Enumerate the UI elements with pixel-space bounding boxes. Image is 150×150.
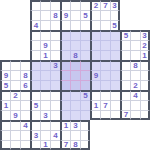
given-digit-r9c14[interactable]: 2 (130, 80, 140, 90)
cell-r10c11[interactable] (100, 90, 110, 100)
given-digit-r15c5[interactable]: 1 (40, 140, 50, 150)
cell-r5c11[interactable] (100, 40, 110, 50)
cell-r5c14[interactable] (130, 40, 140, 50)
cell-r2c8[interactable] (70, 10, 80, 20)
cell-r11c5[interactable] (40, 100, 50, 110)
cell-r12c10[interactable] (90, 110, 100, 120)
cell-r3c9[interactable] (80, 20, 90, 30)
cell-r9c8[interactable] (70, 80, 80, 90)
cell-r10c4[interactable] (30, 90, 40, 100)
given-digit-r12c13[interactable]: 7 (120, 110, 130, 120)
cell-r4c8[interactable] (70, 30, 80, 40)
cell-r6c12[interactable] (110, 50, 120, 60)
cell-r12c14[interactable] (130, 110, 140, 120)
cell-r5c12[interactable] (110, 40, 120, 50)
cell-r5c4[interactable] (30, 40, 40, 50)
cell-r6c7[interactable] (60, 50, 70, 60)
cell-r9c5[interactable] (40, 80, 50, 90)
given-digit-r13c8[interactable]: 3 (70, 120, 80, 130)
cell-r3c8[interactable] (70, 20, 80, 30)
cell-r8c15[interactable] (140, 70, 150, 80)
cell-r8c9[interactable] (80, 70, 90, 80)
void-cell (0, 0, 10, 10)
void-cell (130, 10, 140, 20)
void-cell (130, 0, 140, 10)
cell-r5c7[interactable] (60, 40, 70, 50)
cell-r9c6[interactable] (50, 80, 60, 90)
void-cell (130, 140, 140, 150)
void-cell (100, 130, 110, 140)
cell-r13c4[interactable] (30, 120, 40, 130)
cell-r9c12[interactable] (110, 80, 120, 90)
void-cell (0, 10, 10, 20)
given-digit-r3c12[interactable]: 5 (110, 20, 120, 30)
void-cell (20, 40, 30, 50)
given-digit-r2c9[interactable]: 5 (80, 10, 90, 20)
void-cell (10, 20, 20, 30)
given-digit-r15c7[interactable]: 7 (60, 140, 70, 150)
given-digit-r8c1[interactable]: 9 (0, 70, 10, 80)
cell-r14c2[interactable] (10, 130, 20, 140)
cell-r4c5[interactable] (40, 30, 50, 40)
cell-r13c2[interactable] (10, 120, 20, 130)
cell-r9c13[interactable] (120, 80, 130, 90)
cell-r14c9[interactable] (80, 130, 90, 140)
void-cell (110, 130, 120, 140)
cell-r4c4[interactable] (30, 30, 40, 40)
cell-r15c4[interactable] (30, 140, 40, 150)
given-digit-r10c9[interactable]: 5 (80, 90, 90, 100)
cell-r6c11[interactable] (100, 50, 110, 60)
cell-r14c5[interactable] (40, 130, 50, 140)
cell-r4c9[interactable] (80, 30, 90, 40)
given-digit-r10c2[interactable]: 2 (10, 90, 20, 100)
cell-r10c13[interactable] (120, 90, 130, 100)
cell-r7c2[interactable] (10, 60, 20, 70)
cell-r7c1[interactable] (0, 60, 10, 70)
cell-r7c4[interactable] (30, 60, 40, 70)
gattai3-sudoku-board: 2738954553921813898956225415179374133417… (0, 0, 150, 150)
given-digit-r3c4[interactable]: 4 (30, 20, 40, 30)
cell-r10c15[interactable] (140, 90, 150, 100)
void-cell (0, 40, 10, 50)
given-digit-r4c15[interactable]: 3 (140, 30, 150, 40)
given-digit-r14c4[interactable]: 3 (30, 130, 40, 140)
cell-r12c9[interactable] (80, 110, 90, 120)
void-cell (10, 40, 20, 50)
cell-r1c8[interactable] (70, 0, 80, 10)
given-digit-r11c1[interactable]: 1 (0, 100, 10, 110)
given-digit-r11c4[interactable]: 5 (30, 100, 40, 110)
cell-r11c12[interactable] (110, 100, 120, 110)
void-cell (130, 20, 140, 30)
cell-r6c6[interactable] (50, 50, 60, 60)
cell-r10c5[interactable] (40, 90, 50, 100)
cell-r4c11[interactable] (100, 30, 110, 40)
cell-r11c8[interactable] (70, 100, 80, 110)
given-digit-r6c5[interactable]: 1 (40, 50, 50, 60)
void-cell (120, 140, 130, 150)
given-digit-r4c13[interactable]: 5 (120, 30, 130, 40)
void-cell (140, 130, 150, 140)
cell-r4c12[interactable] (110, 30, 120, 40)
cell-r11c6[interactable] (50, 100, 60, 110)
void-cell (130, 130, 140, 140)
given-digit-r11c11[interactable]: 7 (100, 100, 110, 110)
void-cell (10, 50, 20, 60)
cell-r11c3[interactable] (20, 100, 30, 110)
void-cell (10, 10, 20, 20)
void-cell (90, 140, 100, 150)
cell-r3c5[interactable] (40, 20, 50, 30)
given-digit-r14c6[interactable]: 4 (50, 130, 60, 140)
given-digit-r6c15[interactable]: 1 (140, 50, 150, 60)
given-digit-r9c1[interactable]: 5 (0, 80, 10, 90)
cell-r7c9[interactable] (80, 60, 90, 70)
cell-r4c7[interactable] (60, 30, 70, 40)
cell-r11c15[interactable] (140, 100, 150, 110)
void-cell (10, 30, 20, 40)
cell-r13c6[interactable] (50, 120, 60, 130)
cell-r12c7[interactable] (60, 110, 70, 120)
cell-r10c3[interactable] (20, 90, 30, 100)
cell-r6c14[interactable] (130, 50, 140, 60)
cell-r15c6[interactable] (50, 140, 60, 150)
cell-r10c1[interactable] (0, 90, 10, 100)
cell-r7c5[interactable] (40, 60, 50, 70)
cell-r10c8[interactable] (70, 90, 80, 100)
cell-r1c6[interactable] (50, 0, 60, 10)
void-cell (20, 20, 30, 30)
void-cell (120, 20, 130, 30)
cell-r1c7[interactable] (60, 0, 70, 10)
cell-r8c6[interactable] (50, 70, 60, 80)
cell-r3c6[interactable] (50, 20, 60, 30)
cell-r13c9[interactable] (80, 120, 90, 130)
cell-r6c4[interactable] (30, 50, 40, 60)
cell-r10c6[interactable] (50, 90, 60, 100)
void-cell (0, 50, 10, 60)
given-digit-r7c14[interactable]: 8 (130, 60, 140, 70)
void-cell (140, 10, 150, 20)
cell-r3c7[interactable] (60, 20, 70, 30)
cell-r11c13[interactable] (120, 100, 130, 110)
given-digit-r8c10[interactable]: 9 (90, 70, 100, 80)
cell-r1c5[interactable] (40, 0, 50, 10)
cell-r11c14[interactable] (130, 100, 140, 110)
cell-r12c8[interactable] (70, 110, 80, 120)
cell-r2c4[interactable] (30, 10, 40, 20)
void-cell (140, 20, 150, 30)
cell-r14c8[interactable] (70, 130, 80, 140)
cell-r10c10[interactable] (90, 90, 100, 100)
cell-r13c5[interactable] (40, 120, 50, 130)
cell-r2c5[interactable] (40, 10, 50, 20)
given-digit-r1c10[interactable]: 2 (90, 0, 100, 10)
void-cell (100, 140, 110, 150)
cell-r12c12[interactable] (110, 110, 120, 120)
given-digit-r5c5[interactable]: 9 (40, 40, 50, 50)
void-cell (120, 10, 130, 20)
cell-r14c3[interactable] (20, 130, 30, 140)
cell-r6c13[interactable] (120, 50, 130, 60)
cell-r15c9[interactable] (80, 140, 90, 150)
cell-r12c1[interactable] (0, 110, 10, 120)
cell-r8c2[interactable] (10, 70, 20, 80)
cell-r5c8[interactable] (70, 40, 80, 50)
cell-r11c7[interactable] (60, 100, 70, 110)
cell-r7c7[interactable] (60, 60, 70, 70)
void-cell (20, 10, 30, 20)
given-digit-r11c10[interactable]: 1 (90, 100, 100, 110)
cell-r8c7[interactable] (60, 70, 70, 80)
void-cell (140, 140, 150, 150)
cell-r5c9[interactable] (80, 40, 90, 50)
void-cell (0, 30, 10, 40)
void-cell (120, 130, 130, 140)
given-digit-r6c8[interactable]: 8 (70, 50, 80, 60)
cell-r7c13[interactable] (120, 60, 130, 70)
given-digit-r7c6[interactable]: 3 (50, 60, 60, 70)
given-digit-r15c8[interactable]: 8 (70, 140, 80, 150)
cell-r4c14[interactable] (130, 30, 140, 40)
cell-r3c10[interactable] (90, 20, 100, 30)
given-digit-r2c7[interactable]: 9 (60, 10, 70, 20)
cell-r7c10[interactable] (90, 60, 100, 70)
void-cell (100, 120, 110, 130)
given-digit-r5c15[interactable]: 2 (140, 40, 150, 50)
given-digit-r10c14[interactable]: 4 (130, 90, 140, 100)
cell-r5c10[interactable] (90, 40, 100, 50)
cell-r11c2[interactable] (10, 100, 20, 110)
cell-r8c4[interactable] (30, 70, 40, 80)
given-digit-r1c12[interactable]: 3 (110, 0, 120, 10)
cell-r8c14[interactable] (130, 70, 140, 80)
cell-r8c8[interactable] (70, 70, 80, 80)
given-digit-r12c5[interactable]: 3 (40, 110, 50, 120)
cell-r15c3[interactable] (20, 140, 30, 150)
void-cell (120, 0, 130, 10)
void-cell (20, 0, 30, 10)
cell-r7c11[interactable] (100, 60, 110, 70)
given-digit-r8c3[interactable]: 8 (20, 70, 30, 80)
cell-r9c11[interactable] (100, 80, 110, 90)
cell-r6c10[interactable] (90, 50, 100, 60)
given-digit-r12c2[interactable]: 9 (10, 110, 20, 120)
void-cell (20, 50, 30, 60)
cell-r9c2[interactable] (10, 80, 20, 90)
void-cell (140, 0, 150, 10)
cell-r10c7[interactable] (60, 90, 70, 100)
given-digit-r13c3[interactable]: 4 (20, 120, 30, 130)
cell-r14c7[interactable] (60, 130, 70, 140)
cell-r2c12[interactable] (110, 10, 120, 20)
cell-r7c15[interactable] (140, 60, 150, 70)
cell-r10c12[interactable] (110, 90, 120, 100)
cell-r2c10[interactable] (90, 10, 100, 20)
cell-r7c12[interactable] (110, 60, 120, 70)
given-digit-r13c7[interactable]: 1 (60, 120, 70, 130)
cell-r9c4[interactable] (30, 80, 40, 90)
void-cell (10, 0, 20, 10)
cell-r8c11[interactable] (100, 70, 110, 80)
cell-r9c15[interactable] (140, 80, 150, 90)
void-cell (130, 120, 140, 130)
cell-r7c8[interactable] (70, 60, 80, 70)
void-cell (120, 120, 130, 130)
void-cell (20, 30, 30, 40)
cell-r8c5[interactable] (40, 70, 50, 80)
cell-r3c11[interactable] (100, 20, 110, 30)
cell-r9c7[interactable] (60, 80, 70, 90)
cell-r15c2[interactable] (10, 140, 20, 150)
cell-r2c11[interactable] (100, 10, 110, 20)
given-digit-r9c3[interactable]: 6 (20, 80, 30, 90)
cell-r8c13[interactable] (120, 70, 130, 80)
cell-r15c1[interactable] (0, 140, 10, 150)
cell-r11c9[interactable] (80, 100, 90, 110)
cell-r9c9[interactable] (80, 80, 90, 90)
cell-r5c6[interactable] (50, 40, 60, 50)
cell-r4c10[interactable] (90, 30, 100, 40)
cell-r12c15[interactable] (140, 110, 150, 120)
cell-r1c4[interactable] (30, 0, 40, 10)
void-cell (0, 20, 10, 30)
cell-r5c13[interactable] (120, 40, 130, 50)
cell-r12c11[interactable] (100, 110, 110, 120)
cell-r6c9[interactable] (80, 50, 90, 60)
void-cell (90, 120, 100, 130)
cell-r12c3[interactable] (20, 110, 30, 120)
given-digit-r1c11[interactable]: 7 (100, 0, 110, 10)
cell-r14c1[interactable] (0, 130, 10, 140)
cell-r13c1[interactable] (0, 120, 10, 130)
void-cell (140, 120, 150, 130)
void-cell (110, 120, 120, 130)
cell-r1c9[interactable] (80, 0, 90, 10)
void-cell (90, 130, 100, 140)
cell-r8c12[interactable] (110, 70, 120, 80)
void-cell (110, 140, 120, 150)
given-digit-r2c6[interactable]: 8 (50, 10, 60, 20)
cell-r12c6[interactable] (50, 110, 60, 120)
cell-r12c4[interactable] (30, 110, 40, 120)
cell-r4c6[interactable] (50, 30, 60, 40)
cell-r9c10[interactable] (90, 80, 100, 90)
cell-r7c3[interactable] (20, 60, 30, 70)
